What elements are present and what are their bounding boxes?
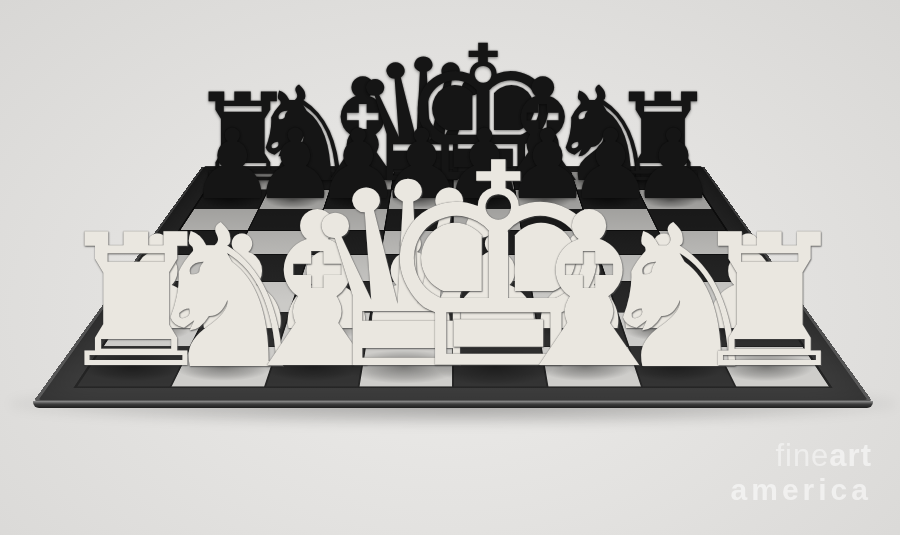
square-e4 <box>454 255 529 281</box>
square-d2 <box>366 312 452 346</box>
square-d5 <box>381 231 452 255</box>
square-h2 <box>700 312 803 346</box>
square-c5 <box>309 231 384 255</box>
square-e3 <box>454 282 534 312</box>
square-c4 <box>300 255 380 281</box>
square-c6 <box>317 209 387 230</box>
square-d6 <box>385 209 452 230</box>
square-a2 <box>104 312 207 346</box>
square-d4 <box>377 255 452 281</box>
square-h5 <box>659 231 742 255</box>
watermark-fine: fine <box>775 438 829 473</box>
chess-board <box>33 166 873 402</box>
square-g2 <box>618 312 715 346</box>
square-c2 <box>279 312 370 346</box>
square-a6 <box>180 209 257 230</box>
square-a3 <box>127 282 222 312</box>
square-d8 <box>392 172 452 189</box>
square-a4 <box>147 255 235 281</box>
square-g6 <box>583 209 657 230</box>
square-g3 <box>608 282 698 312</box>
square-h8 <box>630 172 699 189</box>
watermark-line1: fineart <box>731 440 872 473</box>
square-b6 <box>249 209 323 230</box>
square-f3 <box>531 282 616 312</box>
square-e8 <box>454 172 514 189</box>
square-b8 <box>269 172 335 189</box>
square-a1 <box>77 347 189 386</box>
square-f1 <box>542 347 641 386</box>
square-h4 <box>671 255 759 281</box>
square-e1 <box>454 347 546 386</box>
square-c3 <box>290 282 375 312</box>
watermark: fineart america <box>731 440 872 505</box>
square-b1 <box>171 347 276 386</box>
square-c7 <box>324 190 391 209</box>
square-g8 <box>571 172 637 189</box>
square-b4 <box>223 255 307 281</box>
square-b2 <box>191 312 288 346</box>
square-e6 <box>454 209 521 230</box>
board-grid <box>77 172 828 386</box>
square-g7 <box>577 190 647 209</box>
watermark-art: art <box>829 438 872 473</box>
square-e5 <box>454 231 525 255</box>
square-h7 <box>639 190 712 209</box>
square-a5 <box>164 231 247 255</box>
square-g5 <box>591 231 670 255</box>
square-c8 <box>330 172 393 189</box>
watermark-line2: america <box>731 474 872 506</box>
square-c1 <box>266 347 365 386</box>
square-h3 <box>684 282 779 312</box>
square-g1 <box>629 347 734 386</box>
square-b5 <box>237 231 316 255</box>
square-d3 <box>372 282 452 312</box>
square-a7 <box>195 190 268 209</box>
square-f5 <box>522 231 597 255</box>
square-d7 <box>389 190 452 209</box>
square-a8 <box>207 172 276 189</box>
square-b7 <box>259 190 329 209</box>
square-h6 <box>648 209 725 230</box>
scene: ♜♞♝♛♚♝♞♜♟♟♟♟♟♟♟♟♟♟♟♟♟♟♟♟♜♞♝♛♚♝♞♜ fineart… <box>0 0 900 535</box>
square-e7 <box>454 190 517 209</box>
square-d1 <box>360 347 452 386</box>
square-f6 <box>519 209 589 230</box>
square-g4 <box>599 255 683 281</box>
board-front-edge <box>33 401 873 408</box>
square-h1 <box>717 347 829 386</box>
square-f4 <box>526 255 606 281</box>
square-b3 <box>208 282 298 312</box>
square-e2 <box>454 312 540 346</box>
square-f2 <box>536 312 627 346</box>
square-f8 <box>512 172 575 189</box>
square-f7 <box>515 190 582 209</box>
